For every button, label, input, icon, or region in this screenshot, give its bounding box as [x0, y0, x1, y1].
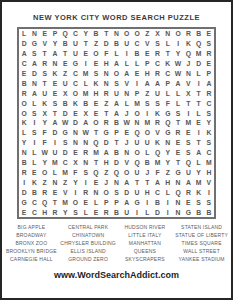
- grid-cell-r15c11: O: [122, 168, 132, 178]
- grid-cell-r3c9: F: [101, 49, 111, 59]
- grid-cell-r1c4: P: [50, 29, 60, 39]
- grid-cell-r14c2: L: [29, 158, 39, 168]
- grid-cell-r11c11: E: [122, 128, 132, 138]
- grid-cell-r13c1: N: [19, 148, 29, 158]
- grid-cell-r18c12: G: [132, 197, 142, 207]
- grid-cell-r13c10: B: [111, 148, 121, 158]
- grid-cell-r13c8: M: [91, 148, 101, 158]
- word-list: BIG APPLEBROADWAYBRONX ZOOBROOKLYN BRIDG…: [3, 223, 230, 263]
- grid-cell-r14c19: M: [204, 158, 214, 168]
- grid-cell-r12c14: K: [152, 138, 162, 148]
- grid-cell-r9c3: X: [40, 108, 50, 118]
- grid-cell-r6c7: L: [81, 78, 91, 88]
- grid-cell-r18c8: L: [91, 197, 101, 207]
- grid-cell-r14c15: Y: [163, 158, 173, 168]
- grid-cell-r17c7: R: [81, 187, 91, 197]
- grid-cell-r18c1: G: [19, 197, 29, 207]
- grid-cell-r19c15: I: [163, 207, 173, 217]
- grid-cell-r10c10: B: [111, 118, 121, 128]
- grid-cell-r9c7: X: [81, 108, 91, 118]
- grid-cell-r5c3: S: [40, 69, 50, 79]
- word-item: MANHATTAN: [117, 239, 174, 247]
- grid-cell-r13c3: W: [40, 148, 50, 158]
- grid-cell-r2c12: C: [132, 39, 142, 49]
- grid-cell-r16c4: N: [50, 177, 60, 187]
- word-item: STATEN ISLAND: [173, 223, 230, 231]
- grid-cell-r13c15: Y: [163, 148, 173, 158]
- grid-cell-r15c10: Q: [111, 168, 121, 178]
- grid-cell-r11c1: L: [19, 128, 29, 138]
- grid-cell-r17c13: H: [142, 187, 152, 197]
- grid-cell-r16c7: I: [81, 177, 91, 187]
- grid-cell-r1c17: R: [183, 29, 193, 39]
- grid-cell-r13c14: Q: [152, 148, 162, 158]
- grid-cell-r12c15: N: [163, 138, 173, 148]
- grid-cell-r1c5: Q: [60, 29, 70, 39]
- grid-cell-r11c3: F: [40, 128, 50, 138]
- grid-cell-r7c4: E: [50, 88, 60, 98]
- grid-cell-r5c5: Z: [60, 69, 70, 79]
- grid-cell-r7c15: L: [163, 88, 173, 98]
- grid-cell-r10c16: T: [173, 118, 183, 128]
- grid-cell-r9c12: O: [132, 108, 142, 118]
- grid-cell-r15c5: M: [60, 168, 70, 178]
- grid-cell-r8c14: S: [152, 98, 162, 108]
- grid-cell-r12c3: F: [40, 138, 50, 148]
- grid-cell-r13c12: O: [132, 148, 142, 158]
- grid-cell-r3c14: R: [152, 49, 162, 59]
- grid-cell-r19c19: B: [204, 207, 214, 217]
- word-item: BROOKLYN BRIDGE: [3, 247, 60, 255]
- grid-cell-r12c4: I: [50, 138, 60, 148]
- grid-cell-r2c10: B: [111, 39, 121, 49]
- grid-cell-r6c5: U: [60, 78, 70, 88]
- grid-cell-r10c5: W: [60, 118, 70, 128]
- grid-cell-r2c5: B: [60, 39, 70, 49]
- grid-cell-r4c11: L: [122, 59, 132, 69]
- grid-cell-r4c10: A: [111, 59, 121, 69]
- grid-cell-r10c11: W: [122, 118, 132, 128]
- grid-cell-r6c2: N: [29, 78, 39, 88]
- grid-cell-r9c6: E: [70, 108, 80, 118]
- grid-cell-r12c18: T: [193, 138, 203, 148]
- grid-cell-r6c6: C: [70, 78, 80, 88]
- grid-cell-r19c10: B: [111, 207, 121, 217]
- grid-cell-r3c11: I: [122, 49, 132, 59]
- grid-cell-r18c15: I: [163, 197, 173, 207]
- grid-cell-r4c1: C: [19, 59, 29, 69]
- grid-cell-r5c13: H: [142, 69, 152, 79]
- grid-cell-r5c9: N: [101, 69, 111, 79]
- grid-cell-r8c5: B: [60, 98, 70, 108]
- grid-cell-r3c2: S: [29, 49, 39, 59]
- grid-cell-r17c2: B: [29, 187, 39, 197]
- word-list-column-1: BIG APPLEBROADWAYBRONX ZOOBROOKLYN BRIDG…: [3, 223, 60, 263]
- grid-cell-r15c8: Q: [91, 168, 101, 178]
- grid-cell-r17c14: C: [152, 187, 162, 197]
- grid-cell-r2c3: V: [40, 39, 50, 49]
- grid-cell-r8c1: O: [19, 98, 29, 108]
- grid-cell-r15c1: R: [19, 168, 29, 178]
- grid-cell-r7c12: P: [132, 88, 142, 98]
- grid-cell-r15c17: U: [183, 168, 193, 178]
- grid-cell-r11c13: O: [142, 128, 152, 138]
- grid-cell-r9c13: I: [142, 108, 152, 118]
- grid-cell-r10c17: M: [183, 118, 193, 128]
- grid-cell-r14c9: H: [101, 158, 111, 168]
- grid-cell-r4c2: A: [29, 59, 39, 69]
- grid-cell-r1c1: L: [19, 29, 29, 39]
- grid-cell-r14c1: B: [19, 158, 29, 168]
- grid-cell-r8c13: S: [142, 98, 152, 108]
- grid-cell-r13c16: E: [173, 148, 183, 158]
- grid-cell-r1c13: Z: [142, 29, 152, 39]
- grid-cell-r8c18: T: [193, 98, 203, 108]
- grid-cell-r19c4: R: [50, 207, 60, 217]
- grid-cell-r17c1: D: [19, 187, 29, 197]
- word-item: STATUE OF LIBERTY: [173, 231, 230, 239]
- grid-cell-r10c15: Q: [163, 118, 173, 128]
- grid-cell-r11c14: V: [152, 128, 162, 138]
- grid-cell-r18c5: M: [60, 197, 70, 207]
- grid-cell-r5c2: D: [29, 69, 39, 79]
- grid-cell-r17c12: U: [132, 187, 142, 197]
- grid-cell-r16c13: T: [142, 177, 152, 187]
- word-item: YANKEE STADIUM: [173, 255, 230, 263]
- grid-cell-r4c5: E: [60, 59, 70, 69]
- grid-cell-r19c8: E: [91, 207, 101, 217]
- word-item: HUDSON RIVER: [117, 223, 174, 231]
- grid-cell-r12c11: J: [122, 138, 132, 148]
- grid-cell-r1c15: N: [163, 29, 173, 39]
- letter-grid: LNEPQCYBTNOOZXNORBEDGVYBUTZDBUCVSLIKQSAS…: [17, 27, 216, 219]
- grid-cell-r9c19: S: [204, 108, 214, 118]
- grid-cell-r12c7: N: [81, 138, 91, 148]
- grid-cell-r12c1: Y: [19, 138, 29, 148]
- grid-cell-r9c1: O: [19, 108, 29, 118]
- grid-cell-r14c8: T: [91, 158, 101, 168]
- grid-cell-r12c8: Q: [91, 138, 101, 148]
- grid-cell-r9c18: L: [193, 108, 203, 118]
- grid-cell-r15c3: O: [40, 168, 50, 178]
- grid-cell-r19c11: U: [122, 207, 132, 217]
- grid-cell-r9c11: J: [122, 108, 132, 118]
- grid-cell-r16c15: H: [163, 177, 173, 187]
- grid-cell-r3c5: T: [60, 49, 70, 59]
- grid-cell-r6c17: V: [183, 78, 193, 88]
- grid-cell-r17c3: R: [40, 187, 50, 197]
- grid-cell-r8c19: C: [204, 98, 214, 108]
- grid-cell-r7c1: R: [19, 88, 29, 98]
- grid-cell-r14c13: B: [142, 158, 152, 168]
- grid-cell-r18c4: T: [50, 197, 60, 207]
- grid-cell-r12c12: U: [132, 138, 142, 148]
- word-item: CHRYSLER BUILDING: [60, 239, 117, 247]
- grid-cell-r4c8: E: [91, 59, 101, 69]
- grid-cell-r2c13: V: [142, 39, 152, 49]
- grid-cell-r18c19: S: [204, 197, 214, 207]
- grid-cell-r12c16: E: [173, 138, 183, 148]
- grid-cell-r14c5: C: [60, 158, 70, 168]
- grid-cell-r14c3: Y: [40, 158, 50, 168]
- grid-cell-r3c13: E: [142, 49, 152, 59]
- grid-cell-r1c12: O: [132, 29, 142, 39]
- grid-cell-r13c9: A: [101, 148, 111, 158]
- grid-cell-r8c2: L: [29, 98, 39, 108]
- word-item: CARNEGIE HALL: [3, 255, 60, 263]
- grid-cell-r6c3: T: [40, 78, 50, 88]
- grid-cell-r18c3: Q: [40, 197, 50, 207]
- grid-cell-r11c16: R: [173, 128, 183, 138]
- grid-cell-r16c11: A: [122, 177, 132, 187]
- grid-cell-r19c7: L: [81, 207, 91, 217]
- grid-cell-r17c10: S: [111, 187, 121, 197]
- grid-cell-r7c14: U: [152, 88, 162, 98]
- grid-cell-r15c9: Z: [101, 168, 111, 178]
- grid-cell-r1c2: N: [29, 29, 39, 39]
- grid-cell-r1c6: C: [70, 29, 80, 39]
- grid-cell-r11c19: K: [204, 128, 214, 138]
- grid-cell-r14c6: X: [70, 158, 80, 168]
- grid-cell-r10c6: D: [70, 118, 80, 128]
- grid-cell-r7c5: X: [60, 88, 70, 98]
- grid-cell-r10c14: R: [152, 118, 162, 128]
- grid-cell-r18c13: I: [142, 197, 152, 207]
- grid-cell-r3c6: U: [70, 49, 80, 59]
- grid-cell-r9c5: D: [60, 108, 70, 118]
- grid-cell-r18c6: O: [70, 197, 80, 207]
- grid-cell-r19c9: R: [101, 207, 111, 217]
- grid-cell-r9c4: T: [50, 108, 60, 118]
- grid-cell-r10c7: A: [81, 118, 91, 128]
- grid-cell-r15c13: J: [142, 168, 152, 178]
- grid-cell-r19c16: N: [173, 207, 183, 217]
- grid-cell-r12c19: S: [204, 138, 214, 148]
- grid-cell-r16c10: N: [111, 177, 121, 187]
- grid-cell-r12c6: N: [70, 138, 80, 148]
- grid-cell-r15c12: U: [132, 168, 142, 178]
- grid-cell-r14c4: M: [50, 158, 60, 168]
- grid-cell-r9c16: S: [173, 108, 183, 118]
- grid-cell-r5c6: C: [70, 69, 80, 79]
- grid-cell-r15c18: Y: [193, 168, 203, 178]
- grid-cell-r2c15: L: [163, 39, 173, 49]
- grid-cell-r16c19: V: [204, 177, 214, 187]
- grid-cell-r1c3: E: [40, 29, 50, 39]
- grid-cell-r9c14: K: [152, 108, 162, 118]
- grid-cell-r3c19: R: [204, 49, 214, 59]
- grid-cell-r14c10: D: [111, 158, 121, 168]
- grid-cell-r18c10: P: [111, 197, 121, 207]
- grid-cell-r2c4: Y: [50, 39, 60, 49]
- grid-cell-r6c4: E: [50, 78, 60, 88]
- grid-cell-r4c7: I: [81, 59, 91, 69]
- grid-cell-r7c10: U: [111, 88, 121, 98]
- grid-cell-r3c15: T: [163, 49, 173, 59]
- grid-cell-r8c12: M: [132, 98, 142, 108]
- word-item: QUEENS: [117, 247, 174, 255]
- grid-cell-r5c16: W: [173, 69, 183, 79]
- grid-cell-r19c3: H: [40, 207, 50, 217]
- word-item: BIG APPLE: [3, 223, 60, 231]
- grid-cell-r17c11: D: [122, 187, 132, 197]
- grid-cell-r8c16: L: [173, 98, 183, 108]
- word-item: WALL STREET: [173, 247, 230, 255]
- grid-cell-r14c14: M: [152, 158, 162, 168]
- grid-cell-r14c17: Q: [183, 158, 193, 168]
- grid-cell-r16c12: T: [132, 177, 142, 187]
- grid-cell-r2c1: D: [19, 39, 29, 49]
- grid-cell-r11c12: Q: [132, 128, 142, 138]
- grid-cell-r10c18: E: [193, 118, 203, 128]
- grid-cell-r18c11: A: [122, 197, 132, 207]
- grid-cell-r4c12: L: [132, 59, 142, 69]
- grid-cell-r13c13: L: [142, 148, 152, 158]
- grid-cell-r5c7: M: [81, 69, 91, 79]
- grid-cell-r13c17: S: [183, 148, 193, 158]
- grid-cell-r17c15: L: [163, 187, 173, 197]
- grid-cell-r2c16: I: [173, 39, 183, 49]
- grid-cell-r6c9: N: [101, 78, 111, 88]
- grid-cell-r5c4: K: [50, 69, 60, 79]
- grid-cell-r7c19: R: [204, 88, 214, 98]
- grid-cell-r8c4: S: [50, 98, 60, 108]
- grid-cell-r16c5: Z: [60, 177, 70, 187]
- grid-cell-r6c19: A: [204, 78, 214, 88]
- grid-cell-r2c7: T: [81, 39, 91, 49]
- grid-cell-r11c10: P: [111, 128, 121, 138]
- word-item: GROUND ZERO: [60, 255, 117, 263]
- grid-cell-r18c18: S: [193, 197, 203, 207]
- grid-cell-r6c15: P: [163, 78, 173, 88]
- grid-cell-r11c5: G: [60, 128, 70, 138]
- grid-cell-r1c19: E: [204, 29, 214, 39]
- grid-cell-r16c1: I: [19, 177, 29, 187]
- grid-cell-r18c17: E: [183, 197, 193, 207]
- word-list-column-4: STATEN ISLANDSTATUE OF LIBERTYTIMES SQUA…: [173, 223, 230, 263]
- grid-cell-r8c17: T: [183, 98, 193, 108]
- grid-cell-r11c6: N: [70, 128, 80, 138]
- grid-cell-r15c7: S: [81, 168, 91, 178]
- grid-cell-r6c13: A: [142, 78, 152, 88]
- grid-cell-r16c18: M: [193, 177, 203, 187]
- grid-cell-r8c11: L: [122, 98, 132, 108]
- grid-cell-r8c10: A: [111, 98, 121, 108]
- grid-cell-r4c17: J: [183, 59, 193, 69]
- grid-cell-r4c4: N: [50, 59, 60, 69]
- grid-cell-r7c2: A: [29, 88, 39, 98]
- grid-cell-r8c8: E: [91, 98, 101, 108]
- grid-cell-r9c9: T: [101, 108, 111, 118]
- grid-cell-r17c6: I: [70, 187, 80, 197]
- grid-cell-r6c16: A: [173, 78, 183, 88]
- grid-cell-r17c18: K: [193, 187, 203, 197]
- grid-cell-r7c7: M: [81, 88, 91, 98]
- grid-cell-r7c11: N: [122, 88, 132, 98]
- grid-cell-r15c6: F: [70, 168, 80, 178]
- grid-cell-r8c15: F: [163, 98, 173, 108]
- grid-cell-r4c19: E: [204, 59, 214, 69]
- grid-cell-r7c18: T: [193, 88, 203, 98]
- grid-cell-r15c4: L: [50, 168, 60, 178]
- grid-cell-r6c10: S: [111, 78, 121, 88]
- grid-cell-r17c5: V: [60, 187, 70, 197]
- grid-cell-r10c4: A: [50, 118, 60, 128]
- grid-cell-r1c11: O: [122, 29, 132, 39]
- grid-cell-r4c3: R: [40, 59, 50, 69]
- word-item: BROADWAY: [3, 231, 60, 239]
- grid-cell-r17c17: R: [183, 187, 193, 197]
- grid-cell-r16c3: Z: [40, 177, 50, 187]
- grid-cell-r7c16: L: [173, 88, 183, 98]
- grid-cell-r19c14: D: [152, 207, 162, 217]
- grid-cell-r9c10: A: [111, 108, 121, 118]
- grid-cell-r15c14: F: [152, 168, 162, 178]
- grid-cell-r3c4: A: [50, 49, 60, 59]
- grid-cell-r9c15: G: [163, 108, 173, 118]
- grid-cell-r11c9: G: [101, 128, 111, 138]
- grid-cell-r7c6: O: [70, 88, 80, 98]
- grid-cell-r3c8: O: [91, 49, 101, 59]
- grid-cell-r18c7: E: [81, 197, 91, 207]
- grid-cell-r2c9: D: [101, 39, 111, 49]
- grid-cell-r1c14: X: [152, 29, 162, 39]
- grid-cell-r19c18: B: [193, 207, 203, 217]
- grid-cell-r7c9: R: [101, 88, 111, 98]
- grid-cell-r10c12: N: [132, 118, 142, 128]
- grid-cell-r16c8: E: [91, 177, 101, 187]
- word-list-column-3: HUDSON RIVERLITTLE ITALYMANHATTANQUEENSS…: [117, 223, 174, 263]
- grid-cell-r11c4: D: [50, 128, 60, 138]
- grid-cell-r12c13: U: [142, 138, 152, 148]
- grid-cell-r19c17: G: [183, 207, 193, 217]
- grid-cell-r19c2: C: [29, 207, 39, 217]
- grid-cell-r16c9: J: [101, 177, 111, 187]
- grid-cell-r7c8: H: [91, 88, 101, 98]
- word-item: CENTRAL PARK: [60, 223, 117, 231]
- grid-cell-r11c18: I: [193, 128, 203, 138]
- grid-cell-r2c11: U: [122, 39, 132, 49]
- grid-cell-r10c8: O: [91, 118, 101, 128]
- grid-cell-r17c9: O: [101, 187, 111, 197]
- grid-cell-r4c15: K: [163, 59, 173, 69]
- grid-cell-r3c16: Y: [173, 49, 183, 59]
- grid-cell-r5c14: R: [152, 69, 162, 79]
- grid-cell-r19c6: S: [70, 207, 80, 217]
- grid-cell-r16c17: A: [183, 177, 193, 187]
- grid-cell-r13c7: R: [81, 148, 91, 158]
- grid-cell-r14c7: N: [81, 158, 91, 168]
- grid-cell-r18c16: N: [173, 197, 183, 207]
- grid-cell-r8c9: Z: [101, 98, 111, 108]
- grid-cell-r9c17: I: [183, 108, 193, 118]
- grid-cell-r13c6: E: [70, 148, 80, 158]
- grid-cell-r9c2: S: [29, 108, 39, 118]
- word-item: LITTLE ITALY: [117, 231, 174, 239]
- grid-cell-r1c16: O: [173, 29, 183, 39]
- grid-cell-r6c18: I: [193, 78, 203, 88]
- grid-cell-r3c3: T: [40, 49, 50, 59]
- grid-cell-r2c17: K: [183, 39, 193, 49]
- grid-cell-r2c2: G: [29, 39, 39, 49]
- grid-cell-r14c18: L: [193, 158, 203, 168]
- grid-cell-r6c1: B: [19, 78, 29, 88]
- grid-cell-r6c12: I: [132, 78, 142, 88]
- grid-cell-r1c8: B: [91, 29, 101, 39]
- grid-cell-r13c18: A: [193, 148, 203, 158]
- grid-cell-r10c1: K: [19, 118, 29, 128]
- grid-cell-r5c8: S: [91, 69, 101, 79]
